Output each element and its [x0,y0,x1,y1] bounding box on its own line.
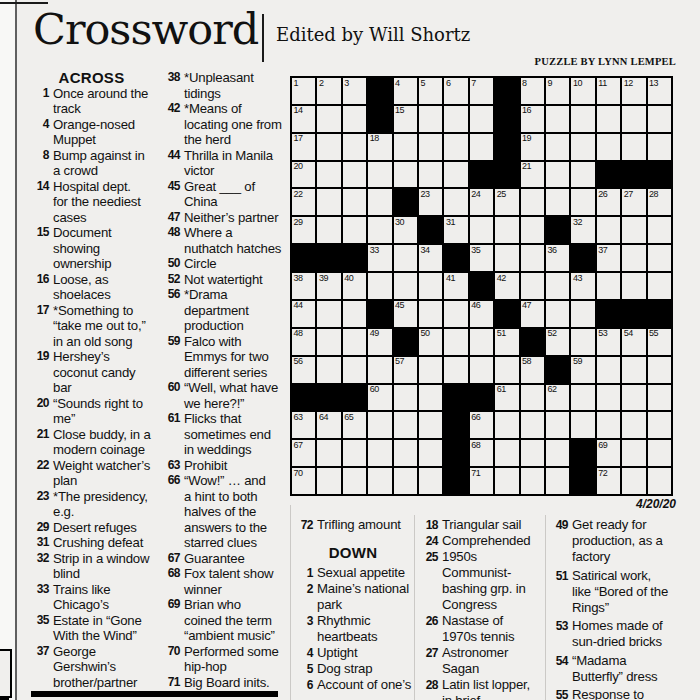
grid-cell[interactable]: 7 [470,78,493,104]
grid-cell[interactable] [368,468,391,494]
grid-cell[interactable]: 62 [546,385,569,411]
grid-cell[interactable]: 61 [495,385,518,411]
grid-cell[interactable] [317,217,340,243]
grid-cell[interactable] [419,385,442,411]
grid-block-cell [571,468,594,494]
clue-text: Nastase of 1970s tennis [442,613,514,645]
clue-number: 35 [28,613,53,644]
grid-cell[interactable] [317,301,340,327]
grid-cell[interactable] [343,468,366,494]
grid-cell[interactable]: 57 [394,357,417,383]
grid-cell[interactable] [444,301,467,327]
grid-cell[interactable] [317,162,340,188]
grid-cell[interactable] [546,189,569,215]
grid-cell[interactable] [495,468,518,494]
grid-cell[interactable] [368,273,391,299]
cell-number: 5 [420,79,425,88]
clue-number: 27 [417,645,442,677]
grid-cell[interactable] [394,468,417,494]
cell-number: 14 [294,106,303,115]
grid-cell[interactable]: 24 [470,189,493,215]
grid-cell[interactable] [571,329,594,355]
grid-cell[interactable]: 52 [546,329,569,355]
grid-block-cell [470,162,493,188]
grid-cell[interactable] [419,440,442,466]
clue-item: 5Dog strap [292,661,414,677]
grid-cell[interactable]: 27 [622,189,645,215]
grid-cell[interactable] [597,273,620,299]
grid-cell[interactable] [597,412,620,438]
grid-cell[interactable] [394,273,417,299]
grid-cell[interactable]: 56 [292,357,315,383]
grid-cell[interactable] [495,440,518,466]
grid-cell[interactable] [394,412,417,438]
grid-cell[interactable] [368,440,391,466]
grid-cell[interactable] [622,385,645,411]
clue-number: 20 [28,396,53,427]
clue-section-header: DOWN [292,545,414,561]
grid-cell[interactable] [317,440,340,466]
clue-number: 14 [28,179,53,226]
clue-item: 1Sexual appetite [292,565,414,581]
clue-text: Astronomer Sagan [442,645,508,677]
grid-cell[interactable] [444,189,467,215]
grid-cell[interactable] [648,412,671,438]
clue-text: Once around the track [53,86,148,117]
grid-cell[interactable]: 58 [521,357,544,383]
clue-item: 28Latin list lopper, in brief [417,677,542,700]
page-edge-line [15,0,17,700]
clue-number: 49 [547,517,572,565]
grid-cell[interactable] [343,217,366,243]
grid-cell[interactable]: 6 [444,78,467,104]
grid-cell[interactable]: 54 [622,329,645,355]
clue-number: 42 [159,101,184,148]
grid-cell[interactable] [597,217,620,243]
grid-block-cell [495,134,518,160]
grid-cell[interactable] [419,468,442,494]
column-rule-3 [545,515,546,700]
grid-cell[interactable] [470,106,493,132]
grid-cell[interactable] [648,245,671,271]
grid-cell[interactable] [546,412,569,438]
grid-cell[interactable] [571,106,594,132]
grid-block-cell [597,301,620,327]
cell-number: 37 [598,246,607,255]
clue-item: 48Where a nuthatch hatches [159,225,286,256]
grid-cell[interactable] [648,134,671,160]
grid-cell[interactable]: 71 [470,468,493,494]
cell-number: 9 [547,79,552,88]
grid-cell[interactable] [622,273,645,299]
grid-cell[interactable]: 59 [571,357,594,383]
grid-cell[interactable] [368,162,391,188]
grid-cell[interactable] [648,106,671,132]
clue-number: 1 [28,86,53,117]
grid-cell[interactable]: 37 [597,245,620,271]
grid-cell[interactable]: 41 [444,273,467,299]
grid-cell[interactable]: 19 [521,134,544,160]
grid-cell[interactable] [622,440,645,466]
clue-item: 18Triangular sail [417,517,542,533]
clue-item: 55Response to [547,687,697,700]
clue-text: Brian who coined the term “ambient music… [184,597,275,644]
cell-number: 71 [471,469,480,478]
grid-cell[interactable] [648,357,671,383]
grid-cell[interactable] [444,134,467,160]
grid-cell[interactable] [648,273,671,299]
grid-cell[interactable]: 30 [394,217,417,243]
clue-item: 60“Well, what have we here?!” [159,380,286,411]
clue-text: Orange-nosed Muppet [53,117,135,148]
clue-number: 61 [159,411,184,458]
page-edge-strip [0,0,15,700]
grid-cell[interactable] [521,189,544,215]
grid-cell[interactable] [470,217,493,243]
grid-cell[interactable] [444,329,467,355]
puzzle-byline: PUZZLE BY LYNN LEMPEL [535,56,676,67]
grid-cell[interactable]: 60 [368,385,391,411]
grid-block-cell [444,440,467,466]
grid-cell[interactable]: 17 [292,134,315,160]
clue-item: 52Not watertight [159,272,286,288]
grid-cell[interactable] [571,412,594,438]
grid-block-cell [394,189,417,215]
clue-text: Performed some hip-hop [184,644,279,675]
grid-cell[interactable]: 66 [470,412,493,438]
grid-block-cell [495,106,518,132]
grid-cell[interactable] [546,273,569,299]
grid-cell[interactable] [368,189,391,215]
grid-cell[interactable] [495,245,518,271]
grid-cell[interactable]: 8 [521,78,544,104]
grid-cell[interactable]: 36 [546,245,569,271]
grid-cell[interactable] [343,301,366,327]
grid-cell[interactable]: 18 [368,134,391,160]
grid-cell[interactable]: 46 [470,301,493,327]
clue-text: Fox talent show winner [184,566,273,597]
grid-cell[interactable] [597,134,620,160]
clue-number: 23 [28,489,53,520]
grid-cell[interactable]: 34 [419,245,442,271]
clue-item: 61Flicks that sometimes end in weddings [159,411,286,458]
clue-text: “Madama Butterfly” dress [572,653,657,685]
grid-cell[interactable] [622,217,645,243]
grid-cell[interactable] [521,468,544,494]
grid-cell[interactable]: 16 [521,106,544,132]
grid-cell[interactable] [419,357,442,383]
grid-cell[interactable] [394,162,417,188]
clue-item: 72Trifling amount [292,517,414,533]
grid-cell[interactable]: 26 [597,189,620,215]
grid-cell[interactable] [419,273,442,299]
grid-cell[interactable]: 65 [343,412,366,438]
grid-cell[interactable] [597,106,620,132]
grid-cell[interactable]: 45 [394,301,417,327]
grid-cell[interactable] [622,134,645,160]
grid-cell[interactable]: 47 [521,301,544,327]
grid-cell[interactable] [444,162,467,188]
grid-cell[interactable] [571,189,594,215]
grid-cell[interactable]: 40 [343,273,366,299]
grid-cell[interactable] [470,329,493,355]
cell-number: 18 [370,134,379,143]
clue-text: *Drama department production [184,287,249,334]
clue-item: 19Hershey’s coconut candy bar [28,349,155,396]
grid-cell[interactable] [470,134,493,160]
grid-cell[interactable]: 14 [292,106,315,132]
grid-cell[interactable] [317,468,340,494]
grid-cell[interactable]: 21 [521,162,544,188]
grid-cell[interactable]: 44 [292,301,315,327]
clue-item: 1Once around the track [28,86,155,117]
clue-text: Triangular sail [442,517,521,533]
grid-cell[interactable] [521,245,544,271]
clue-text: George Gershwin’s brother/partner [53,644,137,691]
grid-cell[interactable]: 50 [419,329,442,355]
grid-cell[interactable]: 35 [470,245,493,271]
grid-cell[interactable] [368,412,391,438]
grid-cell[interactable] [444,357,467,383]
grid-cell[interactable] [597,357,620,383]
grid-block-cell [470,385,493,411]
clue-text: Trains like Chicago’s [53,582,110,613]
grid-cell[interactable] [597,385,620,411]
cell-number: 34 [420,246,429,255]
cell-number: 10 [573,79,582,88]
grid-cell[interactable] [495,217,518,243]
grid-cell[interactable]: 15 [394,106,417,132]
grid-cell[interactable] [419,162,442,188]
grid-cell[interactable] [571,385,594,411]
grid-cell[interactable]: 38 [292,273,315,299]
grid-cell[interactable]: 51 [495,329,518,355]
grid-cell[interactable]: 1 [292,78,315,104]
clue-number: 21 [28,427,53,458]
grid-cell[interactable] [546,301,569,327]
grid-cell[interactable] [648,217,671,243]
grid-cell[interactable]: 72 [597,468,620,494]
grid-block-cell [292,385,315,411]
grid-cell[interactable] [343,134,366,160]
grid-block-cell [444,245,467,271]
grid-cell[interactable] [546,468,569,494]
grid-cell[interactable] [521,412,544,438]
grid-cell[interactable]: 63 [292,412,315,438]
clue-number: 38 [159,70,184,101]
grid-cell[interactable]: 2 [317,78,340,104]
grid-cell[interactable] [521,217,544,243]
grid-cell[interactable] [622,245,645,271]
grid-cell[interactable]: 33 [368,245,391,271]
clue-number: 55 [547,687,572,700]
grid-cell[interactable] [368,357,391,383]
grid-block-cell [571,245,594,271]
grid-cell[interactable] [368,217,391,243]
cell-number: 62 [547,385,556,394]
cell-number: 33 [370,246,379,255]
grid-cell[interactable]: 43 [571,273,594,299]
grid-cell[interactable] [648,468,671,494]
grid-cell[interactable] [394,245,417,271]
clue-number: 44 [159,148,184,179]
grid-cell[interactable]: 4 [394,78,417,104]
clue-number: 3 [292,613,317,645]
grid-cell[interactable] [622,468,645,494]
clue-text: *Unpleasant tidings [184,70,254,101]
grid-block-cell [470,273,493,299]
grid-cell[interactable]: 70 [292,468,315,494]
clue-text: Big Board inits. [184,675,270,691]
clue-number: 4 [292,645,317,661]
grid-cell[interactable] [546,162,569,188]
clue-item: 53Homes made of sun-dried bricks [547,618,697,650]
clue-text: Guarantee [184,551,245,567]
cell-number: 44 [294,301,303,310]
clue-item: 51Satirical work, like “Bored of the Rin… [547,568,697,616]
grid-cell[interactable] [622,357,645,383]
grid-cell[interactable] [546,106,569,132]
cell-number: 67 [294,441,303,450]
grid-block-cell [622,162,645,188]
grid-cell[interactable]: 48 [292,329,315,355]
grid-cell[interactable] [343,440,366,466]
clue-text: Loose, as shoelaces [53,272,111,303]
clue-number: 1 [292,565,317,581]
cell-number: 70 [294,469,303,478]
clue-item: 56*Drama department production [159,287,286,334]
grid-cell[interactable] [648,440,671,466]
grid-cell[interactable] [521,273,544,299]
grid-cell[interactable] [343,189,366,215]
grid-cell[interactable] [622,106,645,132]
grid-cell[interactable] [419,412,442,438]
cell-number: 66 [471,413,480,422]
grid-block-cell [444,412,467,438]
grid-cell[interactable] [648,385,671,411]
grid-cell[interactable] [571,134,594,160]
clue-item: 16Loose, as shoelaces [28,272,155,303]
grid-cell[interactable]: 25 [495,189,518,215]
grid-cell[interactable]: 55 [648,329,671,355]
cell-number: 36 [547,246,556,255]
clue-text: Weight watcher’s plan [53,458,150,489]
grid-cell[interactable]: 64 [317,412,340,438]
grid-cell[interactable] [317,106,340,132]
clue-number: 69 [159,597,184,644]
grid-cell[interactable] [394,134,417,160]
grid-cell[interactable]: 67 [292,440,315,466]
grid-cell[interactable]: 32 [571,217,594,243]
grid-cell[interactable] [317,134,340,160]
grid-cell[interactable] [343,162,366,188]
grid-cell[interactable] [317,329,340,355]
clue-item: 69Brian who coined the term “ambient mus… [159,597,286,644]
grid-cell[interactable]: 68 [470,440,493,466]
grid-cell[interactable]: 53 [597,329,620,355]
cell-number: 16 [522,106,531,115]
clue-text: “Wow!” … and a hint to both halves of th… [184,473,267,551]
clue-text: Falco with Emmys for two different serie… [184,334,269,381]
grid-cell[interactable] [571,301,594,327]
edited-by-text: Edited by Will Shortz [276,24,470,45]
grid-cell[interactable]: 31 [444,217,467,243]
clue-number: 54 [547,653,572,685]
grid-cell[interactable] [444,106,467,132]
grid-cell[interactable] [495,412,518,438]
grid-cell[interactable]: 49 [368,329,391,355]
grid-cell[interactable] [317,189,340,215]
grid-cell[interactable] [419,134,442,160]
clue-text: Document showing ownership [53,225,112,272]
clue-number: 32 [28,551,53,582]
grid-cell[interactable]: 9 [546,78,569,104]
grid-cell[interactable]: 12 [622,78,645,104]
cell-number: 40 [344,274,353,283]
grid-cell[interactable] [546,134,569,160]
grid-cell[interactable] [343,329,366,355]
grid-cell[interactable]: 69 [597,440,620,466]
grid-cell[interactable]: 42 [495,273,518,299]
clue-number: 4 [28,117,53,148]
clue-text: “Well, what have we here?!” [184,380,278,411]
clue-text: Circle [184,256,217,272]
grid-cell[interactable]: 28 [648,189,671,215]
grid-cell[interactable] [343,357,366,383]
grid-cell[interactable]: 20 [292,162,315,188]
clue-number: 5 [292,661,317,677]
grid-cell[interactable] [419,106,442,132]
grid-cell[interactable]: 22 [292,189,315,215]
grid-cell[interactable]: 10 [571,78,594,104]
clue-text: *The presidency, e.g. [53,489,148,520]
grid-cell[interactable]: 23 [419,189,442,215]
grid-cell[interactable] [622,412,645,438]
grid-block-cell [495,162,518,188]
grid-cell[interactable] [394,440,417,466]
clue-text: Where a nuthatch hatches [184,225,281,256]
grid-cell[interactable] [343,106,366,132]
grid-cell[interactable] [571,162,594,188]
grid-cell[interactable] [470,357,493,383]
cell-number: 23 [420,190,429,199]
grid-cell[interactable] [419,301,442,327]
grid-cell[interactable] [394,385,417,411]
grid-cell[interactable] [546,440,569,466]
adjacent-puzzle-black-cell [0,696,9,700]
grid-cell[interactable]: 3 [343,78,366,104]
cell-number: 42 [497,274,506,283]
grid-block-cell [648,301,671,327]
clue-text: Uptight [317,645,357,661]
clue-item: 8Bump against in a crowd [28,148,155,179]
across-col-2: 38*Unpleasant tidings42*Means of locatin… [159,70,286,690]
grid-cell[interactable]: 5 [419,78,442,104]
grid-block-cell [368,301,391,327]
cell-number: 58 [522,357,531,366]
grid-cell[interactable]: 13 [648,78,671,104]
clue-item: 4Orange-nosed Muppet [28,117,155,148]
grid-cell[interactable]: 11 [597,78,620,104]
clue-number: 26 [417,613,442,645]
grid-cell[interactable]: 39 [317,273,340,299]
grid-cell[interactable] [521,440,544,466]
grid-cell[interactable] [521,385,544,411]
grid-cell[interactable] [317,357,340,383]
grid-cell[interactable]: 29 [292,217,315,243]
grid-cell[interactable] [495,357,518,383]
clue-number: 52 [159,272,184,288]
